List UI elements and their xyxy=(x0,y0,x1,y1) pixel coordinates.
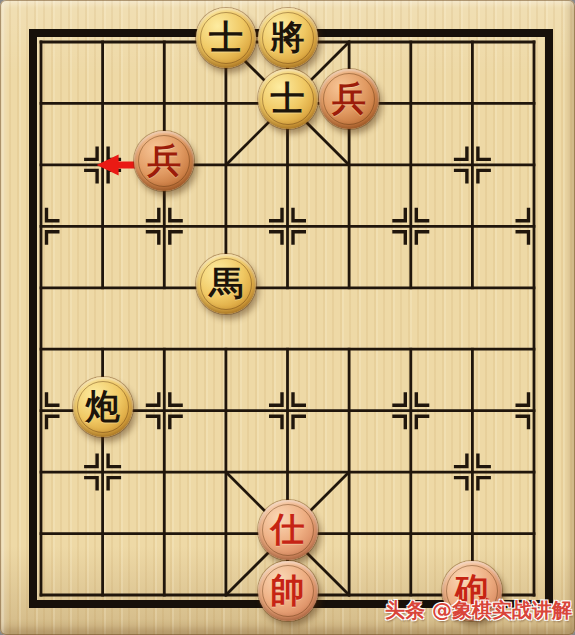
board-play-area: 士將士兵兵馬炮仕帥砲 xyxy=(41,42,534,595)
piece-black-advisor[interactable]: 士 xyxy=(196,8,256,68)
piece-red-pawn[interactable]: 兵 xyxy=(319,69,379,129)
piece-glyph: 兵 xyxy=(147,130,181,190)
piece-red-advisor[interactable]: 仕 xyxy=(258,500,318,560)
piece-glyph: 馬 xyxy=(209,253,243,313)
watermark: 头条 @象棋实战讲解 xyxy=(385,597,572,624)
piece-glyph: 仕 xyxy=(271,499,305,559)
piece-glyph: 士 xyxy=(209,7,243,67)
piece-glyph: 將 xyxy=(271,7,305,67)
xiangqi-board: 士將士兵兵馬炮仕帥砲 头条 @象棋实战讲解 xyxy=(0,0,575,635)
piece-glyph: 兵 xyxy=(332,68,366,128)
piece-black-cannon[interactable]: 炮 xyxy=(73,377,133,437)
piece-glyph: 帥 xyxy=(271,560,305,620)
piece-red-pawn[interactable]: 兵 xyxy=(134,131,194,191)
pieces-layer: 士將士兵兵馬炮仕帥砲 xyxy=(41,42,534,595)
piece-glyph: 炮 xyxy=(86,376,120,436)
piece-glyph: 士 xyxy=(271,68,305,128)
piece-black-horse[interactable]: 馬 xyxy=(196,254,256,314)
piece-red-general[interactable]: 帥 xyxy=(258,561,318,621)
piece-black-general[interactable]: 將 xyxy=(258,8,318,68)
piece-black-advisor[interactable]: 士 xyxy=(258,69,318,129)
